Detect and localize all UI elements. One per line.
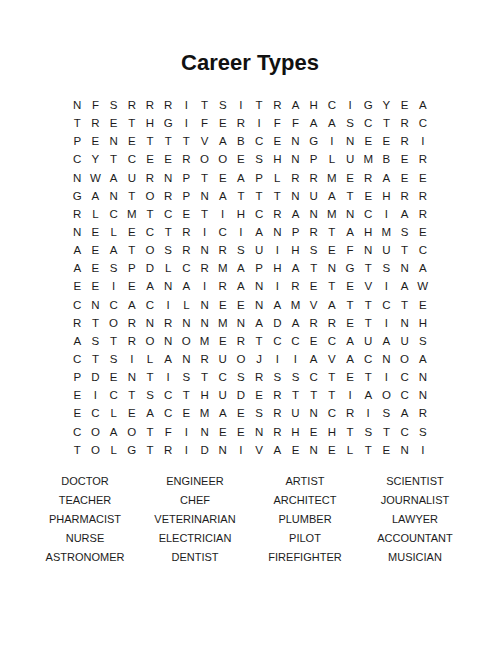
grid-cell-r11c15[interactable]: T: [323, 277, 341, 295]
grid-cell-r3c15[interactable]: I: [323, 132, 341, 150]
grid-cell-r5c3[interactable]: A: [105, 169, 123, 187]
grid-cell-r1c4[interactable]: R: [123, 96, 141, 114]
grid-cell-r12c16[interactable]: T: [341, 296, 359, 314]
grid-cell-r16c13[interactable]: S: [286, 368, 304, 386]
grid-cell-r17c2[interactable]: I: [86, 386, 104, 404]
grid-cell-r2c4[interactable]: T: [123, 114, 141, 132]
grid-cell-r7c13[interactable]: A: [286, 205, 304, 223]
grid-cell-r15c13[interactable]: I: [286, 350, 304, 368]
grid-cell-r2c18[interactable]: T: [377, 114, 395, 132]
grid-cell-r6c15[interactable]: A: [323, 187, 341, 205]
grid-cell-r10c1[interactable]: A: [68, 259, 86, 277]
grid-cell-r5c13[interactable]: R: [286, 169, 304, 187]
grid-cell-r9c14[interactable]: S: [305, 241, 323, 259]
grid-cell-r15c20[interactable]: A: [414, 350, 432, 368]
grid-cell-r9c5[interactable]: O: [141, 241, 159, 259]
grid-cell-r13c19[interactable]: N: [396, 314, 414, 332]
grid-cell-r15c18[interactable]: N: [377, 350, 395, 368]
grid-cell-r4c13[interactable]: N: [286, 150, 304, 168]
grid-cell-r13c6[interactable]: R: [159, 314, 177, 332]
grid-cell-r16c10[interactable]: S: [232, 368, 250, 386]
grid-cell-r7c19[interactable]: A: [396, 205, 414, 223]
grid-cell-r11c12[interactable]: I: [268, 277, 286, 295]
grid-cell-r8c15[interactable]: T: [323, 223, 341, 241]
grid-cell-r5c6[interactable]: N: [159, 169, 177, 187]
grid-cell-r11c4[interactable]: E: [123, 277, 141, 295]
grid-cell-r12c19[interactable]: T: [396, 296, 414, 314]
grid-cell-r13c4[interactable]: R: [123, 314, 141, 332]
grid-cell-r15c1[interactable]: C: [68, 350, 86, 368]
grid-cell-r13c5[interactable]: N: [141, 314, 159, 332]
grid-cell-r9c3[interactable]: A: [105, 241, 123, 259]
grid-cell-r3c8[interactable]: V: [195, 132, 213, 150]
grid-cell-r6c10[interactable]: T: [232, 187, 250, 205]
grid-cell-r6c20[interactable]: R: [414, 187, 432, 205]
grid-cell-r17c15[interactable]: T: [323, 386, 341, 404]
grid-cell-r9c16[interactable]: F: [341, 241, 359, 259]
grid-cell-r20c20[interactable]: I: [414, 441, 432, 459]
grid-cell-r12c15[interactable]: A: [323, 296, 341, 314]
grid-cell-r20c7[interactable]: I: [177, 441, 195, 459]
grid-cell-r8c8[interactable]: I: [195, 223, 213, 241]
grid-cell-r14c3[interactable]: T: [105, 332, 123, 350]
grid-cell-r13c20[interactable]: H: [414, 314, 432, 332]
grid-cell-r3c6[interactable]: T: [159, 132, 177, 150]
grid-cell-r19c8[interactable]: N: [195, 423, 213, 441]
grid-cell-r3c17[interactable]: E: [359, 132, 377, 150]
grid-cell-r17c8[interactable]: H: [195, 386, 213, 404]
grid-cell-r16c16[interactable]: E: [341, 368, 359, 386]
grid-cell-r14c6[interactable]: N: [159, 332, 177, 350]
grid-cell-r6c18[interactable]: H: [377, 187, 395, 205]
grid-cell-r8c20[interactable]: E: [414, 223, 432, 241]
grid-cell-r1c8[interactable]: T: [195, 96, 213, 114]
grid-cell-r14c10[interactable]: R: [232, 332, 250, 350]
grid-cell-r17c7[interactable]: T: [177, 386, 195, 404]
grid-cell-r11c17[interactable]: V: [359, 277, 377, 295]
grid-cell-r13c7[interactable]: N: [177, 314, 195, 332]
grid-cell-r19c19[interactable]: C: [396, 423, 414, 441]
grid-cell-r18c1[interactable]: E: [68, 404, 86, 422]
grid-cell-r3c9[interactable]: A: [214, 132, 232, 150]
grid-cell-r7c20[interactable]: R: [414, 205, 432, 223]
grid-cell-r9c19[interactable]: T: [396, 241, 414, 259]
grid-cell-r9c11[interactable]: U: [250, 241, 268, 259]
grid-cell-r18c4[interactable]: E: [123, 404, 141, 422]
grid-cell-r6c13[interactable]: N: [286, 187, 304, 205]
grid-cell-r2c6[interactable]: G: [159, 114, 177, 132]
grid-cell-r8c18[interactable]: M: [377, 223, 395, 241]
grid-cell-r7c10[interactable]: H: [232, 205, 250, 223]
grid-cell-r11c3[interactable]: I: [105, 277, 123, 295]
grid-cell-r1c9[interactable]: S: [214, 96, 232, 114]
grid-cell-r2c10[interactable]: R: [232, 114, 250, 132]
grid-cell-r18c11[interactable]: S: [250, 404, 268, 422]
grid-cell-r3c2[interactable]: E: [86, 132, 104, 150]
grid-cell-r17c14[interactable]: T: [305, 386, 323, 404]
grid-cell-r20c12[interactable]: A: [268, 441, 286, 459]
grid-cell-r6c1[interactable]: G: [68, 187, 86, 205]
grid-cell-r19c10[interactable]: E: [232, 423, 250, 441]
grid-cell-r8c13[interactable]: P: [286, 223, 304, 241]
grid-cell-r16c2[interactable]: D: [86, 368, 104, 386]
grid-cell-r12c8[interactable]: N: [195, 296, 213, 314]
grid-cell-r15c14[interactable]: A: [305, 350, 323, 368]
grid-cell-r5c4[interactable]: U: [123, 169, 141, 187]
grid-cell-r19c3[interactable]: A: [105, 423, 123, 441]
grid-cell-r15c8[interactable]: R: [195, 350, 213, 368]
grid-cell-r12c10[interactable]: E: [232, 296, 250, 314]
grid-cell-r11c7[interactable]: A: [177, 277, 195, 295]
grid-cell-r7c12[interactable]: R: [268, 205, 286, 223]
grid-cell-r15c3[interactable]: S: [105, 350, 123, 368]
grid-cell-r15c5[interactable]: L: [141, 350, 159, 368]
grid-cell-r20c15[interactable]: E: [323, 441, 341, 459]
grid-cell-r4c10[interactable]: E: [232, 150, 250, 168]
grid-cell-r4c12[interactable]: H: [268, 150, 286, 168]
grid-cell-r11c2[interactable]: E: [86, 277, 104, 295]
grid-cell-r8c7[interactable]: R: [177, 223, 195, 241]
grid-cell-r19c16[interactable]: T: [341, 423, 359, 441]
grid-cell-r16c7[interactable]: S: [177, 368, 195, 386]
grid-cell-r5c16[interactable]: E: [341, 169, 359, 187]
grid-cell-r9c15[interactable]: E: [323, 241, 341, 259]
grid-cell-r20c11[interactable]: V: [250, 441, 268, 459]
grid-cell-r11c14[interactable]: E: [305, 277, 323, 295]
grid-cell-r8c19[interactable]: S: [396, 223, 414, 241]
grid-cell-r12c6[interactable]: I: [159, 296, 177, 314]
grid-cell-r5c14[interactable]: R: [305, 169, 323, 187]
grid-cell-r18c13[interactable]: U: [286, 404, 304, 422]
grid-cell-r19c7[interactable]: I: [177, 423, 195, 441]
grid-cell-r10c17[interactable]: T: [359, 259, 377, 277]
grid-cell-r20c2[interactable]: O: [86, 441, 104, 459]
grid-cell-r15c17[interactable]: C: [359, 350, 377, 368]
grid-cell-r6c12[interactable]: T: [268, 187, 286, 205]
grid-cell-r6c9[interactable]: A: [214, 187, 232, 205]
grid-cell-r6c16[interactable]: T: [341, 187, 359, 205]
grid-cell-r20c5[interactable]: T: [141, 441, 159, 459]
grid-cell-r19c9[interactable]: E: [214, 423, 232, 441]
grid-cell-r14c8[interactable]: M: [195, 332, 213, 350]
grid-cell-r1c14[interactable]: H: [305, 96, 323, 114]
grid-cell-r17c17[interactable]: A: [359, 386, 377, 404]
grid-cell-r12c18[interactable]: C: [377, 296, 395, 314]
grid-cell-r17c6[interactable]: C: [159, 386, 177, 404]
grid-cell-r7c16[interactable]: N: [341, 205, 359, 223]
grid-cell-r19c20[interactable]: S: [414, 423, 432, 441]
grid-cell-r13c17[interactable]: T: [359, 314, 377, 332]
grid-cell-r4c5[interactable]: E: [141, 150, 159, 168]
grid-cell-r11c1[interactable]: E: [68, 277, 86, 295]
grid-cell-r15c2[interactable]: T: [86, 350, 104, 368]
grid-cell-r18c8[interactable]: M: [195, 404, 213, 422]
grid-cell-r6c14[interactable]: U: [305, 187, 323, 205]
grid-cell-r6c19[interactable]: R: [396, 187, 414, 205]
grid-cell-r19c15[interactable]: H: [323, 423, 341, 441]
grid-cell-r19c11[interactable]: N: [250, 423, 268, 441]
grid-cell-r2c20[interactable]: C: [414, 114, 432, 132]
grid-cell-r10c20[interactable]: A: [414, 259, 432, 277]
grid-cell-r1c20[interactable]: A: [414, 96, 432, 114]
grid-cell-r10c3[interactable]: S: [105, 259, 123, 277]
grid-cell-r13c15[interactable]: R: [323, 314, 341, 332]
grid-cell-r1c10[interactable]: I: [232, 96, 250, 114]
grid-cell-r18c6[interactable]: C: [159, 404, 177, 422]
grid-cell-r13c10[interactable]: N: [232, 314, 250, 332]
grid-cell-r18c20[interactable]: R: [414, 404, 432, 422]
grid-cell-r7c9[interactable]: I: [214, 205, 232, 223]
grid-cell-r7c17[interactable]: C: [359, 205, 377, 223]
grid-cell-r7c15[interactable]: M: [323, 205, 341, 223]
grid-cell-r13c11[interactable]: A: [250, 314, 268, 332]
grid-cell-r14c16[interactable]: A: [341, 332, 359, 350]
grid-cell-r5c9[interactable]: E: [214, 169, 232, 187]
grid-cell-r9c20[interactable]: C: [414, 241, 432, 259]
grid-cell-r1c1[interactable]: N: [68, 96, 86, 114]
grid-cell-r14c5[interactable]: O: [141, 332, 159, 350]
grid-cell-r16c18[interactable]: I: [377, 368, 395, 386]
grid-cell-r14c19[interactable]: U: [396, 332, 414, 350]
grid-cell-r17c12[interactable]: R: [268, 386, 286, 404]
grid-cell-r5c15[interactable]: M: [323, 169, 341, 187]
grid-cell-r18c19[interactable]: A: [396, 404, 414, 422]
grid-cell-r9c12[interactable]: I: [268, 241, 286, 259]
grid-cell-r17c16[interactable]: I: [341, 386, 359, 404]
grid-cell-r15c16[interactable]: A: [341, 350, 359, 368]
grid-cell-r14c11[interactable]: T: [250, 332, 268, 350]
grid-cell-r10c8[interactable]: R: [195, 259, 213, 277]
grid-cell-r13c12[interactable]: D: [268, 314, 286, 332]
grid-cell-r15c9[interactable]: U: [214, 350, 232, 368]
grid-cell-r14c1[interactable]: A: [68, 332, 86, 350]
grid-cell-r11c20[interactable]: W: [414, 277, 432, 295]
grid-cell-r5c20[interactable]: E: [414, 169, 432, 187]
grid-cell-r1c6[interactable]: R: [159, 96, 177, 114]
grid-cell-r20c16[interactable]: L: [341, 441, 359, 459]
grid-cell-r3c18[interactable]: E: [377, 132, 395, 150]
grid-cell-r14c15[interactable]: C: [323, 332, 341, 350]
grid-cell-r19c1[interactable]: C: [68, 423, 86, 441]
grid-cell-r5c18[interactable]: A: [377, 169, 395, 187]
grid-cell-r1c12[interactable]: R: [268, 96, 286, 114]
grid-cell-r4c11[interactable]: S: [250, 150, 268, 168]
grid-cell-r1c11[interactable]: T: [250, 96, 268, 114]
grid-cell-r14c9[interactable]: E: [214, 332, 232, 350]
grid-cell-r2c9[interactable]: E: [214, 114, 232, 132]
grid-cell-r1c2[interactable]: F: [86, 96, 104, 114]
grid-cell-r9c13[interactable]: H: [286, 241, 304, 259]
grid-cell-r20c3[interactable]: L: [105, 441, 123, 459]
grid-cell-r10c12[interactable]: H: [268, 259, 286, 277]
grid-cell-r12c14[interactable]: V: [305, 296, 323, 314]
grid-cell-r5c19[interactable]: E: [396, 169, 414, 187]
grid-cell-r11c9[interactable]: R: [214, 277, 232, 295]
grid-cell-r9c6[interactable]: S: [159, 241, 177, 259]
grid-cell-r1c16[interactable]: I: [341, 96, 359, 114]
grid-cell-r4c4[interactable]: C: [123, 150, 141, 168]
grid-cell-r3c11[interactable]: C: [250, 132, 268, 150]
grid-cell-r8c5[interactable]: C: [141, 223, 159, 241]
grid-cell-r5c10[interactable]: A: [232, 169, 250, 187]
grid-cell-r11c13[interactable]: R: [286, 277, 304, 295]
grid-cell-r8c14[interactable]: R: [305, 223, 323, 241]
grid-cell-r13c3[interactable]: O: [105, 314, 123, 332]
grid-cell-r7c7[interactable]: E: [177, 205, 195, 223]
grid-cell-r7c6[interactable]: C: [159, 205, 177, 223]
grid-cell-r11c8[interactable]: I: [195, 277, 213, 295]
grid-cell-r11c19[interactable]: A: [396, 277, 414, 295]
grid-cell-r5c1[interactable]: N: [68, 169, 86, 187]
grid-cell-r4c6[interactable]: E: [159, 150, 177, 168]
grid-cell-r2c12[interactable]: F: [268, 114, 286, 132]
grid-cell-r12c4[interactable]: A: [123, 296, 141, 314]
grid-cell-r11c18[interactable]: I: [377, 277, 395, 295]
grid-cell-r18c15[interactable]: C: [323, 404, 341, 422]
grid-cell-r10c9[interactable]: M: [214, 259, 232, 277]
grid-cell-r16c11[interactable]: R: [250, 368, 268, 386]
grid-cell-r5c8[interactable]: T: [195, 169, 213, 187]
grid-cell-r2c16[interactable]: S: [341, 114, 359, 132]
grid-cell-r10c7[interactable]: C: [177, 259, 195, 277]
grid-cell-r1c19[interactable]: E: [396, 96, 414, 114]
grid-cell-r16c9[interactable]: C: [214, 368, 232, 386]
grid-cell-r16c3[interactable]: E: [105, 368, 123, 386]
grid-cell-r12c7[interactable]: L: [177, 296, 195, 314]
grid-cell-r4c17[interactable]: M: [359, 150, 377, 168]
grid-cell-r4c9[interactable]: O: [214, 150, 232, 168]
grid-cell-r16c20[interactable]: N: [414, 368, 432, 386]
grid-cell-r17c4[interactable]: T: [123, 386, 141, 404]
grid-cell-r19c4[interactable]: O: [123, 423, 141, 441]
grid-cell-r20c9[interactable]: N: [214, 441, 232, 459]
grid-cell-r17c10[interactable]: D: [232, 386, 250, 404]
grid-cell-r12c1[interactable]: C: [68, 296, 86, 314]
grid-cell-r9c8[interactable]: N: [195, 241, 213, 259]
grid-cell-r19c13[interactable]: H: [286, 423, 304, 441]
grid-cell-r17c18[interactable]: O: [377, 386, 395, 404]
grid-cell-r12c2[interactable]: N: [86, 296, 104, 314]
grid-cell-r13c9[interactable]: M: [214, 314, 232, 332]
grid-cell-r19c17[interactable]: S: [359, 423, 377, 441]
grid-cell-r7c14[interactable]: N: [305, 205, 323, 223]
grid-cell-r8c12[interactable]: N: [268, 223, 286, 241]
grid-cell-r15c10[interactable]: O: [232, 350, 250, 368]
grid-cell-r17c5[interactable]: S: [141, 386, 159, 404]
grid-cell-r12c13[interactable]: M: [286, 296, 304, 314]
grid-cell-r18c7[interactable]: E: [177, 404, 195, 422]
grid-cell-r15c15[interactable]: V: [323, 350, 341, 368]
grid-cell-r8c9[interactable]: C: [214, 223, 232, 241]
grid-cell-r9c7[interactable]: R: [177, 241, 195, 259]
grid-cell-r13c2[interactable]: T: [86, 314, 104, 332]
grid-cell-r1c7[interactable]: I: [177, 96, 195, 114]
grid-cell-r4c7[interactable]: R: [177, 150, 195, 168]
grid-cell-r8c10[interactable]: I: [232, 223, 250, 241]
grid-cell-r19c5[interactable]: T: [141, 423, 159, 441]
grid-cell-r3c20[interactable]: I: [414, 132, 432, 150]
grid-cell-r13c1[interactable]: R: [68, 314, 86, 332]
grid-cell-r3c7[interactable]: T: [177, 132, 195, 150]
grid-cell-r8c1[interactable]: N: [68, 223, 86, 241]
grid-cell-r2c13[interactable]: F: [286, 114, 304, 132]
grid-cell-r20c17[interactable]: T: [359, 441, 377, 459]
grid-cell-r2c15[interactable]: A: [323, 114, 341, 132]
grid-cell-r6c17[interactable]: E: [359, 187, 377, 205]
grid-cell-r4c1[interactable]: C: [68, 150, 86, 168]
grid-cell-r10c2[interactable]: E: [86, 259, 104, 277]
grid-cell-r3c12[interactable]: E: [268, 132, 286, 150]
grid-cell-r16c14[interactable]: C: [305, 368, 323, 386]
grid-cell-r12c17[interactable]: T: [359, 296, 377, 314]
grid-cell-r15c7[interactable]: N: [177, 350, 195, 368]
grid-cell-r8c11[interactable]: A: [250, 223, 268, 241]
grid-cell-r10c16[interactable]: G: [341, 259, 359, 277]
grid-cell-r1c15[interactable]: C: [323, 96, 341, 114]
grid-cell-r18c17[interactable]: I: [359, 404, 377, 422]
grid-cell-r20c8[interactable]: D: [195, 441, 213, 459]
grid-cell-r12c20[interactable]: E: [414, 296, 432, 314]
grid-cell-r3c16[interactable]: N: [341, 132, 359, 150]
grid-cell-r10c10[interactable]: A: [232, 259, 250, 277]
grid-cell-r12c12[interactable]: A: [268, 296, 286, 314]
grid-cell-r7c5[interactable]: T: [141, 205, 159, 223]
grid-cell-r15c4[interactable]: I: [123, 350, 141, 368]
grid-cell-r10c5[interactable]: D: [141, 259, 159, 277]
grid-cell-r7c11[interactable]: C: [250, 205, 268, 223]
grid-cell-r16c6[interactable]: I: [159, 368, 177, 386]
grid-cell-r20c1[interactable]: T: [68, 441, 86, 459]
grid-cell-r6c2[interactable]: A: [86, 187, 104, 205]
grid-cell-r18c2[interactable]: C: [86, 404, 104, 422]
grid-cell-r8c4[interactable]: E: [123, 223, 141, 241]
grid-cell-r14c13[interactable]: C: [286, 332, 304, 350]
grid-cell-r8c16[interactable]: A: [341, 223, 359, 241]
grid-cell-r14c17[interactable]: U: [359, 332, 377, 350]
grid-cell-r4c18[interactable]: B: [377, 150, 395, 168]
grid-cell-r3c4[interactable]: E: [123, 132, 141, 150]
grid-cell-r16c1[interactable]: P: [68, 368, 86, 386]
grid-cell-r1c17[interactable]: G: [359, 96, 377, 114]
grid-cell-r10c6[interactable]: L: [159, 259, 177, 277]
grid-cell-r12c3[interactable]: C: [105, 296, 123, 314]
grid-cell-r5c7[interactable]: P: [177, 169, 195, 187]
grid-cell-r4c16[interactable]: U: [341, 150, 359, 168]
grid-cell-r8c2[interactable]: E: [86, 223, 104, 241]
grid-cell-r12c5[interactable]: C: [141, 296, 159, 314]
grid-cell-r18c12[interactable]: R: [268, 404, 286, 422]
grid-cell-r5c2[interactable]: W: [86, 169, 104, 187]
grid-cell-r14c12[interactable]: C: [268, 332, 286, 350]
grid-cell-r17c19[interactable]: C: [396, 386, 414, 404]
grid-cell-r7c18[interactable]: I: [377, 205, 395, 223]
grid-cell-r18c9[interactable]: A: [214, 404, 232, 422]
grid-cell-r3c10[interactable]: B: [232, 132, 250, 150]
grid-cell-r6c6[interactable]: R: [159, 187, 177, 205]
grid-cell-r2c1[interactable]: T: [68, 114, 86, 132]
grid-cell-r10c4[interactable]: P: [123, 259, 141, 277]
grid-cell-r7c2[interactable]: L: [86, 205, 104, 223]
grid-cell-r14c7[interactable]: O: [177, 332, 195, 350]
grid-cell-r4c15[interactable]: L: [323, 150, 341, 168]
grid-cell-r3c13[interactable]: N: [286, 132, 304, 150]
grid-cell-r16c8[interactable]: T: [195, 368, 213, 386]
grid-cell-r3c5[interactable]: T: [141, 132, 159, 150]
grid-cell-r8c3[interactable]: L: [105, 223, 123, 241]
grid-cell-r6c11[interactable]: T: [250, 187, 268, 205]
grid-cell-r4c3[interactable]: T: [105, 150, 123, 168]
grid-cell-r2c3[interactable]: E: [105, 114, 123, 132]
